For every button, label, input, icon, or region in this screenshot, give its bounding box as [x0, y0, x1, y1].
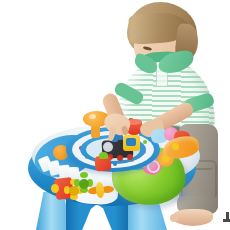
gear-hub — [79, 179, 89, 189]
child-bare-foot — [173, 209, 213, 226]
child-toe — [170, 214, 178, 222]
spinner-highlight — [89, 114, 96, 119]
crescent-yellow-dot — [172, 143, 179, 150]
block-yellow-knob — [51, 184, 59, 193]
corner-mark — [223, 219, 230, 222]
train-face — [103, 142, 113, 152]
cab-window — [126, 138, 136, 146]
train-wheel — [117, 155, 123, 161]
train-wheel — [127, 154, 133, 160]
toddler-activity-table-photo — [0, 0, 230, 230]
knob-green-cap — [99, 152, 108, 159]
gear-petal — [80, 172, 88, 178]
